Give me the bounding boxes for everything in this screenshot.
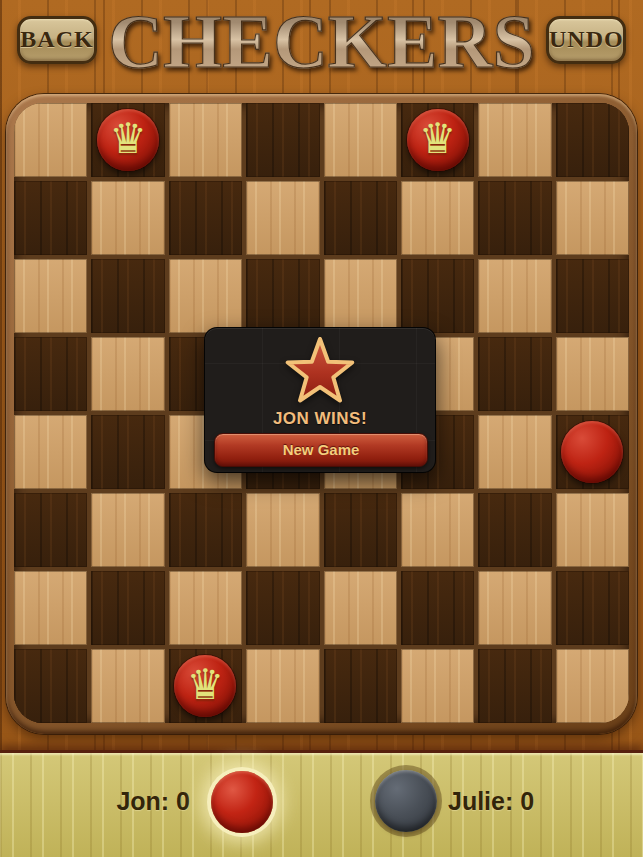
square-r7c5[interactable] [401, 649, 474, 723]
jon-score-label: Jon: 0 [60, 787, 190, 816]
square-r2c1[interactable] [91, 259, 164, 333]
square-r5c6[interactable] [478, 493, 551, 567]
square-r5c7[interactable] [556, 493, 629, 567]
square-r7c2[interactable]: ♛ [169, 649, 242, 723]
crown-icon: ♛ [187, 664, 225, 706]
square-r3c0[interactable] [14, 337, 87, 411]
win-dialog: JON WINS! New Game [204, 327, 436, 473]
square-r2c2[interactable] [169, 259, 242, 333]
black-score-piece [375, 770, 437, 832]
square-r1c2[interactable] [169, 181, 242, 255]
square-r1c6[interactable] [478, 181, 551, 255]
red-king-piece[interactable]: ♛ [97, 109, 159, 171]
red-man-piece[interactable] [561, 421, 623, 483]
square-r3c6[interactable] [478, 337, 551, 411]
square-r1c5[interactable] [401, 181, 474, 255]
square-r2c7[interactable] [556, 259, 629, 333]
back-button[interactable]: BACK [17, 16, 97, 64]
square-r0c0[interactable] [14, 103, 87, 177]
square-r6c7[interactable] [556, 571, 629, 645]
square-r7c0[interactable] [14, 649, 87, 723]
square-r1c0[interactable] [14, 181, 87, 255]
square-r7c3[interactable] [246, 649, 319, 723]
square-r2c4[interactable] [324, 259, 397, 333]
square-r4c1[interactable] [91, 415, 164, 489]
square-r0c6[interactable] [478, 103, 551, 177]
square-r6c0[interactable] [14, 571, 87, 645]
square-r5c1[interactable] [91, 493, 164, 567]
square-r0c1[interactable]: ♛ [91, 103, 164, 177]
square-r1c4[interactable] [324, 181, 397, 255]
square-r6c5[interactable] [401, 571, 474, 645]
red-turn-indicator-piece [211, 771, 273, 833]
square-r1c7[interactable] [556, 181, 629, 255]
square-r5c2[interactable] [169, 493, 242, 567]
square-r0c4[interactable] [324, 103, 397, 177]
square-r4c6[interactable] [478, 415, 551, 489]
star-icon [283, 335, 357, 411]
square-r0c2[interactable] [169, 103, 242, 177]
square-r2c6[interactable] [478, 259, 551, 333]
square-r5c5[interactable] [401, 493, 474, 567]
square-r1c1[interactable] [91, 181, 164, 255]
square-r4c0[interactable] [14, 415, 87, 489]
square-r1c3[interactable] [246, 181, 319, 255]
square-r6c1[interactable] [91, 571, 164, 645]
julie-score-label: Julie: 0 [448, 787, 588, 816]
square-r5c3[interactable] [246, 493, 319, 567]
win-message: JON WINS! [205, 409, 435, 429]
crown-icon: ♛ [109, 118, 147, 160]
square-r0c5[interactable]: ♛ [401, 103, 474, 177]
square-r7c7[interactable] [556, 649, 629, 723]
square-r7c1[interactable] [91, 649, 164, 723]
square-r2c5[interactable] [401, 259, 474, 333]
square-r3c1[interactable] [91, 337, 164, 411]
square-r5c4[interactable] [324, 493, 397, 567]
square-r5c0[interactable] [14, 493, 87, 567]
checkers-app: CHECKERS BACK UNDO ♛♛♛ JON WINS! New Gam… [0, 0, 643, 857]
red-king-piece[interactable]: ♛ [407, 109, 469, 171]
new-game-button[interactable]: New Game [214, 433, 428, 467]
undo-button[interactable]: UNDO [546, 16, 626, 64]
square-r0c3[interactable] [246, 103, 319, 177]
red-king-piece[interactable]: ♛ [174, 655, 236, 717]
square-r7c4[interactable] [324, 649, 397, 723]
square-r6c2[interactable] [169, 571, 242, 645]
square-r6c6[interactable] [478, 571, 551, 645]
square-r7c6[interactable] [478, 649, 551, 723]
square-r2c0[interactable] [14, 259, 87, 333]
square-r3c7[interactable] [556, 337, 629, 411]
square-r0c7[interactable] [556, 103, 629, 177]
crown-icon: ♛ [419, 118, 457, 160]
square-r2c3[interactable] [246, 259, 319, 333]
square-r4c7[interactable] [556, 415, 629, 489]
square-r6c4[interactable] [324, 571, 397, 645]
top-bar: CHECKERS BACK UNDO [0, 0, 643, 95]
square-r6c3[interactable] [246, 571, 319, 645]
